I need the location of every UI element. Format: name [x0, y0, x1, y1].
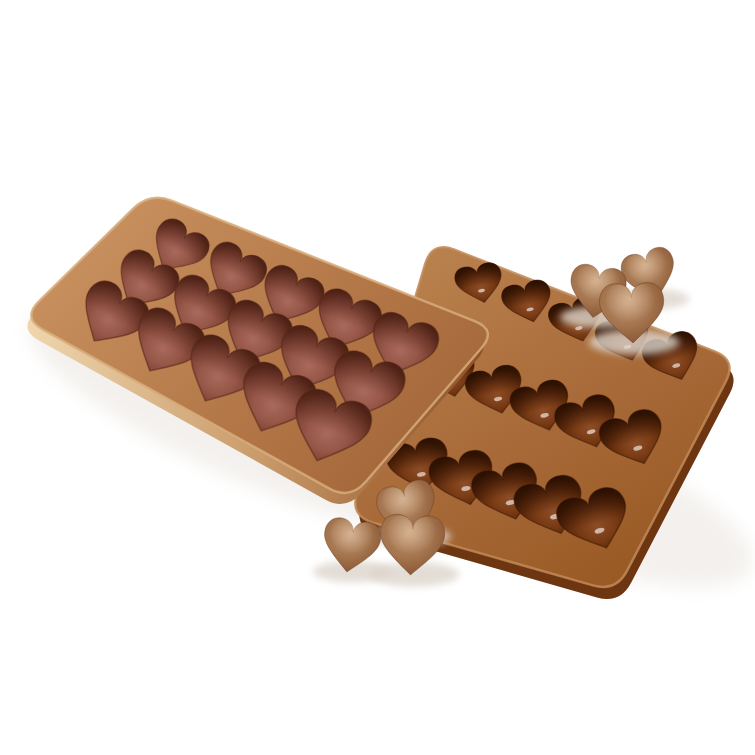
scene — [0, 0, 755, 755]
product-photo — [0, 0, 755, 755]
